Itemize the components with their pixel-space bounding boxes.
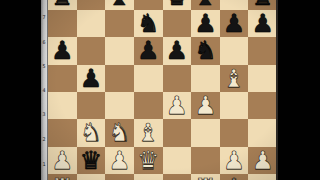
piece-white-pawn: ♟ [166,92,188,119]
square-b7 [77,10,106,37]
square-e3 [163,119,192,146]
rank-coordinates: 7654321 [41,0,48,180]
square-g6 [220,37,249,64]
square-b4 [77,92,106,119]
piece-white-pawn: ♟ [194,92,216,119]
square-a8: ♜ [48,0,77,10]
square-d2: ♛ [134,147,163,174]
square-d1 [134,174,163,180]
rank-label: 2 [41,137,47,142]
square-g2: ♟ [220,147,249,174]
square-e5 [163,65,192,92]
rank-label: 4 [41,88,47,93]
square-f7: ♟ [191,10,220,37]
rank-label: 6 [41,40,47,45]
square-a2: ♟ [48,147,77,174]
square-f5 [191,65,220,92]
square-c2: ♟ [105,147,134,174]
square-e8: ♚ [163,0,192,10]
square-e4: ♟ [163,92,192,119]
letterbox-right [278,0,320,180]
square-f1: ♜ [191,174,220,180]
piece-black-knight: ♞ [194,37,216,64]
square-c7 [105,10,134,37]
piece-black-pawn: ♟ [80,65,102,92]
square-e6: ♟ [163,37,192,64]
square-h3 [248,119,277,146]
square-b3: ♞ [77,119,106,146]
piece-white-bishop: ♝ [223,65,245,92]
square-d6: ♟ [134,37,163,64]
rank-label: 1 [41,162,47,167]
piece-white-knight: ♞ [108,119,130,146]
piece-white-pawn: ♟ [108,147,130,174]
chess-board-grid: ♜♝♚♝♜♞♟♟♟♟♟♟♞♟♝♟♟♞♞♝♟♛♟♛♟♟♜♜♚ [48,0,277,180]
square-a6: ♟ [48,37,77,64]
square-c5 [105,65,134,92]
square-b1 [77,174,106,180]
chess-board: ♜♝♚♝♜♞♟♟♟♟♟♟♞♟♝♟♟♞♞♝♟♛♟♛♟♟♜♜♚ [48,0,278,180]
square-d5 [134,65,163,92]
piece-black-pawn: ♟ [137,37,159,64]
square-b8 [77,0,106,10]
piece-white-pawn: ♟ [223,147,245,174]
piece-white-pawn: ♟ [51,147,73,174]
square-c3: ♞ [105,119,134,146]
square-h2: ♟ [248,147,277,174]
square-f3 [191,119,220,146]
square-h5 [248,65,277,92]
square-b5: ♟ [77,65,106,92]
square-g5: ♝ [220,65,249,92]
square-d3: ♝ [134,119,163,146]
rank-label: 7 [41,15,47,20]
piece-white-rook: ♜ [194,174,216,180]
piece-white-knight: ♞ [80,119,102,146]
square-c6 [105,37,134,64]
square-h1 [248,174,277,180]
square-d4 [134,92,163,119]
square-f6: ♞ [191,37,220,64]
piece-black-pawn: ♟ [223,10,245,37]
piece-black-pawn: ♟ [194,10,216,37]
square-a1: ♜ [48,174,77,180]
piece-black-king: ♚ [166,0,188,10]
piece-black-queen: ♛ [80,147,102,174]
square-g7: ♟ [220,10,249,37]
piece-white-king: ♚ [223,174,245,180]
square-e7 [163,10,192,37]
square-c8: ♝ [105,0,134,10]
square-h7: ♟ [248,10,277,37]
piece-white-rook: ♜ [51,174,73,180]
square-b2: ♛ [77,147,106,174]
square-g3 [220,119,249,146]
square-d7: ♞ [134,10,163,37]
square-a4 [48,92,77,119]
square-c4 [105,92,134,119]
letterbox-left [0,0,41,180]
piece-white-queen: ♛ [137,147,159,174]
rank-label: 5 [41,64,47,69]
piece-white-pawn: ♟ [251,147,273,174]
piece-black-knight: ♞ [137,10,159,37]
piece-black-pawn: ♟ [166,37,188,64]
square-b6 [77,37,106,64]
square-e1 [163,174,192,180]
piece-black-pawn: ♟ [51,37,73,64]
square-e2 [163,147,192,174]
square-a5 [48,65,77,92]
video-frame: 7654321 ♜♝♚♝♜♞♟♟♟♟♟♟♞♟♝♟♟♞♞♝♟♛♟♛♟♟♜♜♚ [0,0,320,180]
square-h6 [248,37,277,64]
rank-label: 3 [41,112,47,117]
square-a7 [48,10,77,37]
square-c1 [105,174,134,180]
square-f4: ♟ [191,92,220,119]
square-a3 [48,119,77,146]
piece-black-rook: ♜ [51,0,73,10]
piece-black-pawn: ♟ [251,10,273,37]
square-g1: ♚ [220,174,249,180]
piece-white-bishop: ♝ [137,119,159,146]
square-f2 [191,147,220,174]
square-h4 [248,92,277,119]
square-g4 [220,92,249,119]
piece-black-bishop: ♝ [108,0,130,10]
